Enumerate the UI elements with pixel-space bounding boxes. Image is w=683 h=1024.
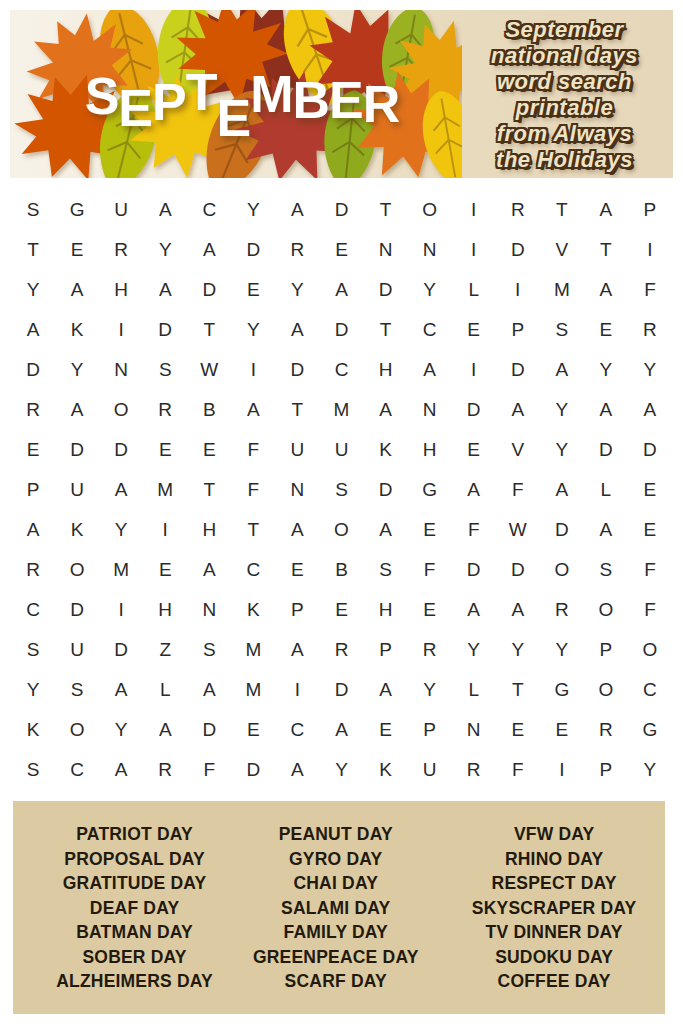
grid-cell: P xyxy=(408,710,452,750)
grid-cell: T xyxy=(496,670,540,710)
grid-cell: E xyxy=(11,430,55,470)
word-list-item: SALAMI DAY xyxy=(281,896,390,921)
word-list-item: ALZHEIMERS DAY xyxy=(56,969,213,994)
grid-cell: O xyxy=(584,590,628,630)
grid-cell: E xyxy=(496,710,540,750)
grid-cell: Z xyxy=(143,630,187,670)
grid-cell: T xyxy=(364,310,408,350)
grid-cell: O xyxy=(319,510,363,550)
grid-cell: T xyxy=(11,230,55,270)
grid-cell: D xyxy=(452,390,496,430)
word-list-item: RHINO DAY xyxy=(505,847,603,872)
grid-cell: T xyxy=(275,390,319,430)
grid-cell: P xyxy=(628,190,672,230)
grid-cell: Y xyxy=(275,270,319,310)
grid-cell: A xyxy=(99,470,143,510)
grid-cell: I xyxy=(628,230,672,270)
grid-cell: T xyxy=(231,510,275,550)
grid-cell: E xyxy=(319,230,363,270)
grid-cell: U xyxy=(319,430,363,470)
grid-cell: R xyxy=(319,630,363,670)
word-list-item: TV DINNER DAY xyxy=(486,920,623,945)
word-list-column: PEANUT DAYGYRO DAYCHAI DAYSALAMI DAYFAMI… xyxy=(228,801,443,994)
grid-cell: Y xyxy=(231,310,275,350)
word-list-item: GRATITUDE DAY xyxy=(63,871,207,896)
grid-cell: I xyxy=(275,670,319,710)
grid-cell: D xyxy=(496,550,540,590)
grid-cell: A xyxy=(319,710,363,750)
grid-cell: A xyxy=(55,390,99,430)
grid-cell: A xyxy=(143,710,187,750)
grid-cell: G xyxy=(628,710,672,750)
grid-cell: U xyxy=(408,750,452,790)
grid-cell: D xyxy=(187,270,231,310)
grid-cell: E xyxy=(452,310,496,350)
grid-cell: D xyxy=(319,670,363,710)
grid-cell: A xyxy=(275,750,319,790)
grid-cell: P xyxy=(584,630,628,670)
grid-cell: A xyxy=(540,350,584,390)
grid-cell: D xyxy=(231,750,275,790)
grid-cell: A xyxy=(584,190,628,230)
grid-cell: K xyxy=(55,310,99,350)
word-list-item: RESPECT DAY xyxy=(492,871,617,896)
tagline-line: word search xyxy=(497,69,632,94)
grid-cell: G xyxy=(55,190,99,230)
grid-cell: S xyxy=(11,630,55,670)
grid-cell: A xyxy=(364,670,408,710)
grid-cell: A xyxy=(540,470,584,510)
grid-cell: T xyxy=(584,230,628,270)
grid-cell: S xyxy=(187,630,231,670)
grid-cell: K xyxy=(364,430,408,470)
grid-cell: N xyxy=(364,230,408,270)
grid-cell: B xyxy=(319,550,363,590)
grid-cell: D xyxy=(99,430,143,470)
grid-cell: O xyxy=(408,190,452,230)
grid-cell: F xyxy=(628,550,672,590)
grid-cell: A xyxy=(452,470,496,510)
tagline-line: printable xyxy=(516,95,613,120)
grid-cell: I xyxy=(99,590,143,630)
word-list-item: SOBER DAY xyxy=(82,945,186,970)
grid-cell: V xyxy=(496,430,540,470)
word-list-item: PATRIOT DAY xyxy=(76,822,193,847)
grid-cell: K xyxy=(364,750,408,790)
grid-cell: A xyxy=(11,510,55,550)
grid-cell: A xyxy=(55,270,99,310)
word-list-item: SUDOKU DAY xyxy=(495,945,613,970)
grid-cell: F xyxy=(452,510,496,550)
tagline-line: September xyxy=(505,17,623,42)
grid-cell: N xyxy=(452,710,496,750)
grid-cell: M xyxy=(99,550,143,590)
grid-cell: F xyxy=(496,750,540,790)
grid-cell: M xyxy=(231,630,275,670)
grid-cell: R xyxy=(143,750,187,790)
grid-cell: F xyxy=(628,590,672,630)
grid-cell: A xyxy=(187,550,231,590)
word-list-item: SKYSCRAPER DAY xyxy=(472,896,637,921)
grid-cell: D xyxy=(319,310,363,350)
grid-cell: R xyxy=(628,310,672,350)
grid-cell: F xyxy=(628,270,672,310)
grid-cell: C xyxy=(408,310,452,350)
grid-cell: C xyxy=(11,590,55,630)
grid-cell: A xyxy=(143,190,187,230)
grid-cell: P xyxy=(496,310,540,350)
grid-cell: R xyxy=(99,230,143,270)
grid-cell: F xyxy=(187,750,231,790)
grid-cell: N xyxy=(99,350,143,390)
grid-cell: Y xyxy=(319,750,363,790)
grid-cell: A xyxy=(408,350,452,390)
grid-cell: F xyxy=(231,430,275,470)
grid-cell: N xyxy=(187,590,231,630)
grid-cell: R xyxy=(143,390,187,430)
grid-cell: C xyxy=(231,550,275,590)
grid-cell: E xyxy=(540,710,584,750)
grid-cell: R xyxy=(452,750,496,790)
grid-cell: D xyxy=(99,630,143,670)
grid-cell: Y xyxy=(11,670,55,710)
grid-cell: A xyxy=(364,510,408,550)
word-list-item: FAMILY DAY xyxy=(284,920,388,945)
word-list-column: PATRIOT DAYPROPOSAL DAYGRATITUDE DAYDEAF… xyxy=(13,801,228,994)
grid-cell: H xyxy=(364,350,408,390)
grid-cell: Y xyxy=(55,350,99,390)
grid-cell: P xyxy=(11,470,55,510)
grid-cell: G xyxy=(408,470,452,510)
grid-cell: E xyxy=(55,230,99,270)
grid-cell: Y xyxy=(628,750,672,790)
grid-cell: Y xyxy=(99,510,143,550)
grid-cell: I xyxy=(452,350,496,390)
grid-cell: O xyxy=(55,550,99,590)
grid-cell: Y xyxy=(540,430,584,470)
grid-cell: D xyxy=(319,190,363,230)
grid-cell: D xyxy=(231,230,275,270)
grid-cell: T xyxy=(187,470,231,510)
grid-cell: N xyxy=(408,230,452,270)
grid-cell: F xyxy=(408,550,452,590)
grid-cell: L xyxy=(584,470,628,510)
grid-cell: U xyxy=(55,470,99,510)
grid-cell: I xyxy=(143,510,187,550)
grid-cell: D xyxy=(143,310,187,350)
grid-cell: E xyxy=(143,430,187,470)
grid-cell: E xyxy=(408,510,452,550)
grid-cell: A xyxy=(275,510,319,550)
grid-cell: K xyxy=(231,590,275,630)
grid-cell: O xyxy=(55,710,99,750)
grid-cell: K xyxy=(11,710,55,750)
grid-cell: F xyxy=(231,470,275,510)
leaves-svg: SEPTEMBER xyxy=(10,10,462,178)
grid-cell: E xyxy=(364,710,408,750)
grid-cell: D xyxy=(55,430,99,470)
grid-cell: Y xyxy=(452,630,496,670)
tagline-line: the Holidays xyxy=(496,147,633,172)
grid-cell: H xyxy=(408,430,452,470)
grid-cell: C xyxy=(628,670,672,710)
grid-cell: Y xyxy=(628,350,672,390)
grid-cell: H xyxy=(364,590,408,630)
grid-cell: M xyxy=(143,470,187,510)
grid-cell: I xyxy=(452,230,496,270)
grid-cell: A xyxy=(231,390,275,430)
grid-cell: W xyxy=(496,510,540,550)
grid-cell: E xyxy=(231,270,275,310)
word-list-item: SCARF DAY xyxy=(285,969,387,994)
grid-cell: Y xyxy=(143,230,187,270)
grid-cell: E xyxy=(628,470,672,510)
grid-cell: B xyxy=(187,390,231,430)
grid-cell: A xyxy=(187,670,231,710)
word-list-item: CHAI DAY xyxy=(293,871,378,896)
grid-cell: N xyxy=(408,390,452,430)
grid-cell: T xyxy=(540,190,584,230)
grid-cell: R xyxy=(540,590,584,630)
grid-cell: D xyxy=(364,470,408,510)
grid-cell: Y xyxy=(540,630,584,670)
grid-cell: Y xyxy=(408,670,452,710)
grid-cell: R xyxy=(584,710,628,750)
grid-cell: I xyxy=(452,190,496,230)
tagline-line: national days xyxy=(491,43,638,68)
grid-cell: E xyxy=(143,550,187,590)
grid-cell: E xyxy=(628,510,672,550)
grid-cell: E xyxy=(408,590,452,630)
grid-cell: S xyxy=(11,190,55,230)
grid-cell: Y xyxy=(11,270,55,310)
grid-cell: A xyxy=(187,230,231,270)
grid-cell: A xyxy=(99,750,143,790)
grid-cell: N xyxy=(275,470,319,510)
grid-cell: Y xyxy=(496,630,540,670)
grid-cell: E xyxy=(452,430,496,470)
grid-cell: S xyxy=(540,310,584,350)
grid-cell: A xyxy=(584,270,628,310)
grid-cell: R xyxy=(275,230,319,270)
grid-cell: L xyxy=(452,270,496,310)
grid-cell: H xyxy=(143,590,187,630)
word-list-item: PROPOSAL DAY xyxy=(64,847,205,872)
grid-cell: C xyxy=(55,750,99,790)
grid-cell: I xyxy=(231,350,275,390)
grid-cell: D xyxy=(11,350,55,390)
grid-cell: K xyxy=(55,510,99,550)
grid-cell: A xyxy=(99,670,143,710)
grid-cell: S xyxy=(11,750,55,790)
grid-cell: S xyxy=(143,350,187,390)
grid-cell: A xyxy=(319,270,363,310)
grid-cell: A xyxy=(364,390,408,430)
word-list-column: VFW DAYRHINO DAYRESPECT DAYSKYSCRAPER DA… xyxy=(443,801,665,994)
grid-cell: E xyxy=(319,590,363,630)
grid-cell: A xyxy=(496,390,540,430)
grid-cell: R xyxy=(408,630,452,670)
grid-cell: O xyxy=(540,550,584,590)
grid-cell: A xyxy=(452,590,496,630)
grid-cell: M xyxy=(231,670,275,710)
grid-cell: U xyxy=(275,430,319,470)
grid-cell: I xyxy=(540,750,584,790)
grid-cell: F xyxy=(496,470,540,510)
grid-cell: A xyxy=(275,310,319,350)
word-list-item: GYRO DAY xyxy=(289,847,382,872)
grid-cell: M xyxy=(319,390,363,430)
grid-cell: C xyxy=(275,710,319,750)
grid-cell: P xyxy=(364,630,408,670)
grid-cell: D xyxy=(584,430,628,470)
grid-cell: I xyxy=(496,270,540,310)
grid-cell: E xyxy=(231,710,275,750)
grid-cell: P xyxy=(584,750,628,790)
grid-cell: Y xyxy=(584,350,628,390)
grid-cell: D xyxy=(496,350,540,390)
grid-cell: D xyxy=(540,510,584,550)
grid-cell: Y xyxy=(408,270,452,310)
grid-cell: A xyxy=(143,270,187,310)
grid-cell: S xyxy=(319,470,363,510)
grid-cell: C xyxy=(319,350,363,390)
grid-cell: C xyxy=(187,190,231,230)
grid-cell: A xyxy=(584,390,628,430)
grid-cell: R xyxy=(11,550,55,590)
grid-cell: D xyxy=(275,350,319,390)
grid-cell: M xyxy=(540,270,584,310)
grid-cell: D xyxy=(187,710,231,750)
grid-cell: I xyxy=(99,310,143,350)
grid-cell: T xyxy=(187,310,231,350)
grid-cell: E xyxy=(275,550,319,590)
grid-cell: A xyxy=(584,510,628,550)
grid-cell: L xyxy=(452,670,496,710)
grid-cell: Y xyxy=(231,190,275,230)
grid-cell: R xyxy=(496,190,540,230)
grid-cell: O xyxy=(584,670,628,710)
grid-cell: S xyxy=(364,550,408,590)
grid-cell: D xyxy=(496,230,540,270)
grid-cell: T xyxy=(364,190,408,230)
grid-cell: A xyxy=(496,590,540,630)
grid-cell: S xyxy=(55,670,99,710)
grid-cell: P xyxy=(275,590,319,630)
word-list-item: PEANUT DAY xyxy=(279,822,393,847)
word-list-item: COFFEE DAY xyxy=(498,969,611,994)
grid-cell: E xyxy=(187,430,231,470)
header-banner: SEPTEMBER September national days word s… xyxy=(10,10,673,178)
grid-cell: H xyxy=(99,270,143,310)
grid-cell: W xyxy=(187,350,231,390)
grid-cell: V xyxy=(540,230,584,270)
grid-cell: O xyxy=(628,630,672,670)
word-list-item: VFW DAY xyxy=(514,822,594,847)
word-grid: SGUACYADTOIRTAPTERYADRENNIDVTIYAHADEYADY… xyxy=(11,190,672,790)
grid-cell: D xyxy=(55,590,99,630)
grid-cell: D xyxy=(364,270,408,310)
tagline: September national days word search prin… xyxy=(462,10,673,178)
grid-cell: U xyxy=(99,190,143,230)
word-list-panel: PATRIOT DAYPROPOSAL DAYGRATITUDE DAYDEAF… xyxy=(13,801,665,1014)
grid-cell: A xyxy=(628,390,672,430)
grid-cell: A xyxy=(11,310,55,350)
grid-cell: D xyxy=(628,430,672,470)
grid-cell: E xyxy=(584,310,628,350)
grid-cell: U xyxy=(55,630,99,670)
grid-cell: G xyxy=(540,670,584,710)
grid-cell: Y xyxy=(99,710,143,750)
tagline-line: from Always xyxy=(497,121,633,146)
grid-cell: O xyxy=(99,390,143,430)
word-list-item: BATMAN DAY xyxy=(76,920,193,945)
grid-cell: D xyxy=(452,550,496,590)
autumn-leaves-illustration: SEPTEMBER xyxy=(10,10,462,178)
word-list-item: GREENPEACE DAY xyxy=(253,945,419,970)
grid-cell: R xyxy=(11,390,55,430)
grid-cell: H xyxy=(187,510,231,550)
grid-cell: L xyxy=(143,670,187,710)
grid-cell: Y xyxy=(540,390,584,430)
grid-cell: A xyxy=(275,630,319,670)
word-list-item: DEAF DAY xyxy=(90,896,179,921)
word-search-printable-page: { "game": "word-search", "title": "Septe… xyxy=(0,0,683,1024)
grid-cell: S xyxy=(584,550,628,590)
grid-cell: A xyxy=(275,190,319,230)
